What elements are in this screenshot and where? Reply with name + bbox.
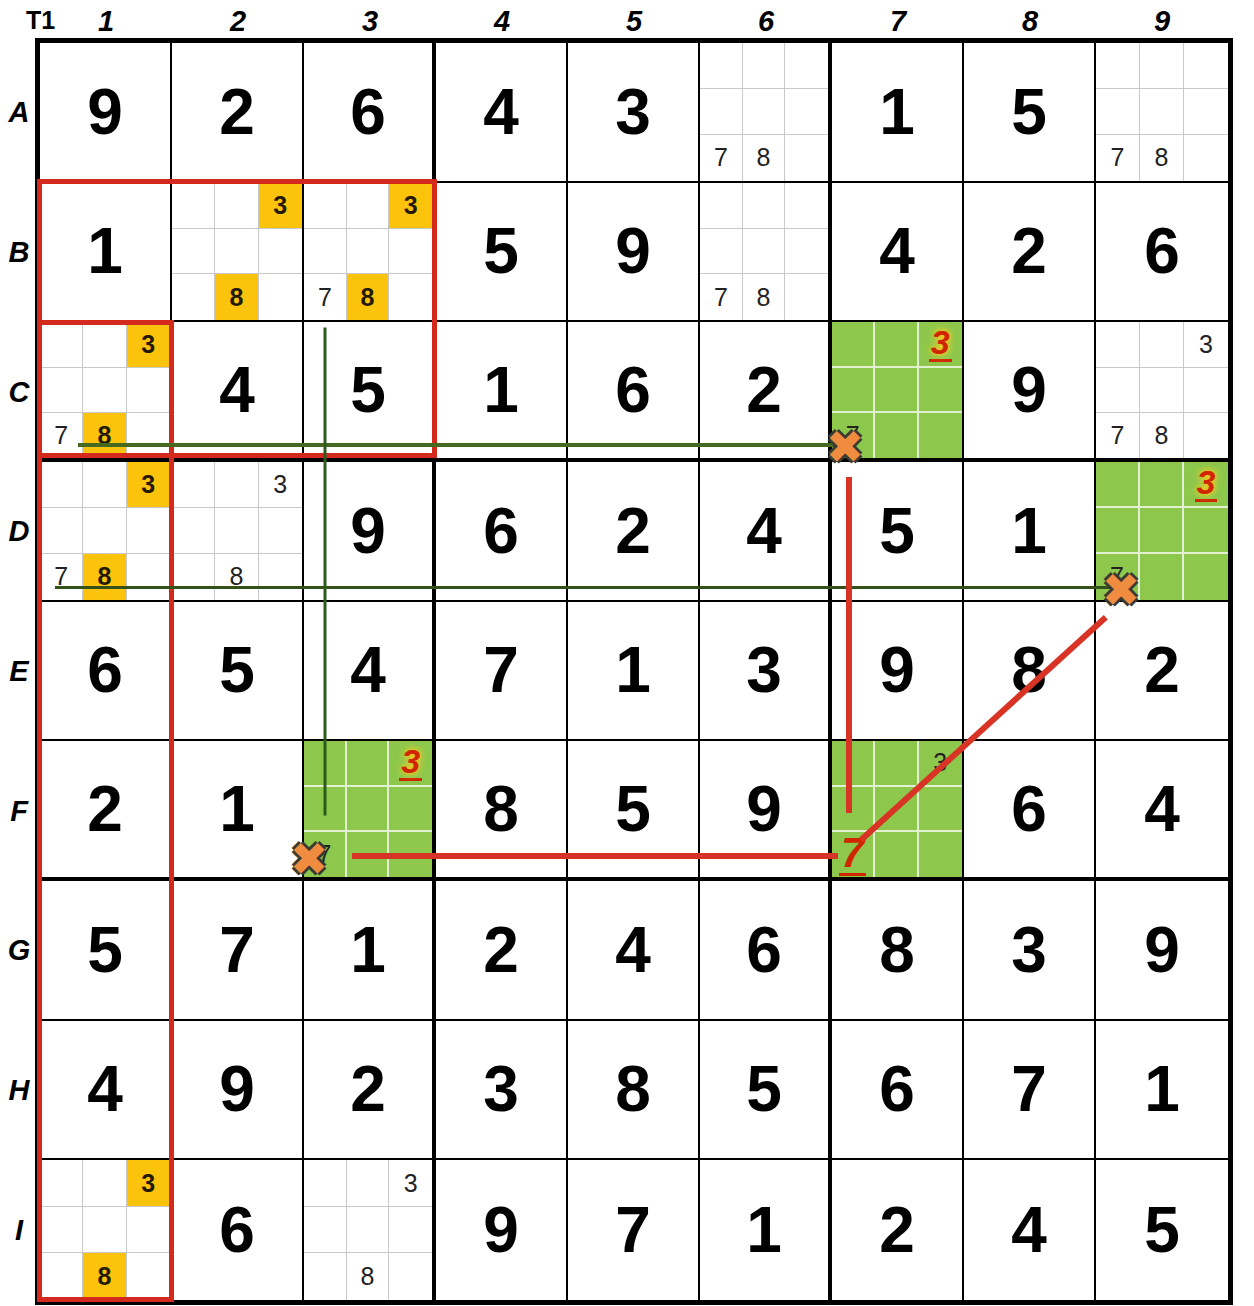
cell-value: 9 xyxy=(436,1160,566,1300)
cell-E5[interactable]: 1 xyxy=(568,602,700,742)
cell-value: 3 xyxy=(700,602,828,740)
candidate-7: 7 xyxy=(40,413,83,458)
empty-candidate-slot xyxy=(40,1253,83,1300)
candidate-3: 3 xyxy=(1184,462,1228,508)
cell-value: 1 xyxy=(1096,1021,1228,1159)
candidate-3: 3 xyxy=(127,462,170,508)
col-label-1: 1 xyxy=(40,4,172,38)
empty-candidate-slot xyxy=(832,741,875,786)
empty-candidate-slot xyxy=(259,554,302,600)
row-label-G: G xyxy=(4,881,34,1021)
empty-candidate-slot xyxy=(127,508,170,554)
cell-value: 8 xyxy=(964,602,1094,740)
empty-candidate-slot xyxy=(1184,89,1228,135)
cell-B1[interactable]: 1 xyxy=(40,183,172,323)
empty-candidate-slot xyxy=(40,1207,83,1254)
cell-D9[interactable]: 37 xyxy=(1096,462,1228,602)
empty-candidate-slot xyxy=(700,43,743,89)
empty-candidate-slot xyxy=(389,787,432,832)
empty-candidate-slot xyxy=(389,274,432,320)
cell-D4[interactable]: 6 xyxy=(436,462,568,602)
candidate-8: 8 xyxy=(83,1253,126,1300)
row-label-I: I xyxy=(4,1160,34,1300)
cell-value: 3 xyxy=(436,1021,566,1159)
cell-C4[interactable]: 1 xyxy=(436,322,568,462)
pencil-grid: 378 xyxy=(40,462,170,600)
candidate-3: 3 xyxy=(259,183,302,229)
empty-candidate-slot xyxy=(304,183,347,229)
cell-E9[interactable]: 2 xyxy=(1096,602,1228,742)
cell-A6[interactable]: 78 xyxy=(700,43,832,183)
candidate-7: 7 xyxy=(700,135,743,181)
col-label-2: 2 xyxy=(172,4,304,38)
cell-G9[interactable]: 9 xyxy=(1096,881,1228,1021)
empty-candidate-slot xyxy=(1184,43,1228,89)
cell-value: 1 xyxy=(436,322,566,458)
cell-H5[interactable]: 8 xyxy=(568,1021,700,1161)
cell-value: 9 xyxy=(832,602,962,740)
cell-value: 7 xyxy=(172,881,302,1019)
pencil-grid: 37 xyxy=(832,322,962,458)
cell-A1[interactable]: 9 xyxy=(40,43,172,183)
cell-F6[interactable]: 9 xyxy=(700,741,832,881)
empty-candidate-slot xyxy=(1096,89,1140,135)
candidate-7: 7 xyxy=(40,554,83,600)
candidate-7: 7 xyxy=(304,274,347,320)
cell-A9[interactable]: 78 xyxy=(1096,43,1228,183)
cell-value: 4 xyxy=(832,183,962,321)
candidate-8: 8 xyxy=(347,274,390,320)
candidate-8: 8 xyxy=(1140,135,1184,181)
cell-H9[interactable]: 1 xyxy=(1096,1021,1228,1161)
empty-candidate-slot xyxy=(127,368,170,413)
empty-candidate-slot xyxy=(1140,462,1184,508)
empty-candidate-slot xyxy=(83,322,126,367)
cell-value: 3 xyxy=(568,43,698,181)
cell-value: 7 xyxy=(568,1160,698,1300)
empty-candidate-slot xyxy=(259,274,302,320)
empty-candidate-slot xyxy=(1140,89,1184,135)
cell-F7[interactable]: 37 xyxy=(832,741,964,881)
empty-candidate-slot xyxy=(83,1160,126,1207)
empty-candidate-slot xyxy=(304,787,347,832)
cell-A5[interactable]: 3 xyxy=(568,43,700,183)
cell-value: 4 xyxy=(436,43,566,181)
cell-F5[interactable]: 5 xyxy=(568,741,700,881)
candidate-8: 8 xyxy=(347,1253,390,1300)
empty-candidate-slot xyxy=(1096,43,1140,89)
empty-candidate-slot xyxy=(875,741,918,786)
empty-candidate-slot xyxy=(172,183,215,229)
cell-value: 9 xyxy=(304,462,432,600)
cell-value: 4 xyxy=(700,462,828,600)
candidate-8: 8 xyxy=(743,274,786,320)
empty-candidate-slot xyxy=(172,274,215,320)
candidate-3: 3 xyxy=(389,183,432,229)
pencil-grid: 38 xyxy=(172,183,302,321)
candidate-3: 3 xyxy=(389,1160,432,1207)
candidate-3: 3 xyxy=(127,1160,170,1207)
cell-E6[interactable]: 3 xyxy=(700,602,832,742)
empty-candidate-slot xyxy=(875,322,918,367)
cell-value: 2 xyxy=(964,183,1094,321)
pencil-grid: 38 xyxy=(304,1160,432,1300)
row-label-F: F xyxy=(4,741,34,881)
empty-candidate-slot xyxy=(40,462,83,508)
cell-H1[interactable]: 4 xyxy=(40,1021,172,1161)
empty-candidate-slot xyxy=(785,274,828,320)
cell-A2[interactable]: 2 xyxy=(172,43,304,183)
cell-I3[interactable]: 38 xyxy=(304,1160,436,1300)
cell-value: 1 xyxy=(304,881,432,1019)
col-label-9: 9 xyxy=(1096,4,1228,38)
pencil-grid: 378 xyxy=(1096,322,1228,458)
cell-E7[interactable]: 9 xyxy=(832,602,964,742)
cell-value: 4 xyxy=(568,881,698,1019)
cell-C2[interactable]: 4 xyxy=(172,322,304,462)
cell-value: 5 xyxy=(964,43,1094,181)
empty-candidate-slot xyxy=(785,43,828,89)
empty-candidate-slot xyxy=(389,1207,432,1254)
cell-value: 6 xyxy=(40,602,170,740)
empty-candidate-slot xyxy=(1140,43,1184,89)
row-label-A: A xyxy=(4,43,34,183)
empty-candidate-slot xyxy=(785,89,828,135)
col-label-8: 8 xyxy=(964,4,1096,38)
empty-candidate-slot xyxy=(743,183,786,229)
row-label-C: C xyxy=(4,322,34,462)
empty-candidate-slot xyxy=(919,413,962,458)
cell-value: 4 xyxy=(40,1021,170,1159)
empty-candidate-slot xyxy=(347,183,390,229)
cell-G3[interactable]: 1 xyxy=(304,881,436,1021)
cell-G7[interactable]: 8 xyxy=(832,881,964,1021)
empty-candidate-slot xyxy=(1096,508,1140,554)
empty-candidate-slot xyxy=(304,1160,347,1207)
candidate-8: 8 xyxy=(83,554,126,600)
sudoku-board: 9264378157813837859784263784516237937837… xyxy=(35,38,1233,1305)
cell-value: 5 xyxy=(832,462,962,600)
cell-value: 6 xyxy=(832,1021,962,1159)
empty-candidate-slot xyxy=(875,368,918,413)
cell-B2[interactable]: 38 xyxy=(172,183,304,323)
cell-D5[interactable]: 2 xyxy=(568,462,700,602)
empty-candidate-slot xyxy=(127,1207,170,1254)
pencil-grid: 37 xyxy=(1096,462,1228,600)
empty-candidate-slot xyxy=(832,368,875,413)
cell-value: 2 xyxy=(832,1160,962,1300)
empty-candidate-slot xyxy=(875,832,918,877)
cell-D2[interactable]: 38 xyxy=(172,462,304,602)
empty-candidate-slot xyxy=(1140,322,1184,367)
cell-value: 7 xyxy=(436,602,566,740)
empty-candidate-slot xyxy=(1184,554,1228,600)
empty-candidate-slot xyxy=(304,1253,347,1300)
pencil-grid: 37 xyxy=(304,741,432,877)
cell-value: 6 xyxy=(304,43,432,181)
candidate-7: 7 xyxy=(1096,554,1140,600)
cell-value: 9 xyxy=(40,43,170,181)
empty-candidate-slot xyxy=(215,462,258,508)
cell-value: 2 xyxy=(40,741,170,877)
cell-I2[interactable]: 6 xyxy=(172,1160,304,1300)
cell-H7[interactable]: 6 xyxy=(832,1021,964,1161)
cell-value: 5 xyxy=(700,1021,828,1159)
cell-E4[interactable]: 7 xyxy=(436,602,568,742)
cell-H2[interactable]: 9 xyxy=(172,1021,304,1161)
cell-value: 9 xyxy=(1096,881,1228,1019)
empty-candidate-slot xyxy=(172,508,215,554)
empty-candidate-slot xyxy=(743,89,786,135)
cell-value: 1 xyxy=(964,462,1094,600)
empty-candidate-slot xyxy=(83,368,126,413)
cell-value: 5 xyxy=(1096,1160,1228,1300)
empty-candidate-slot xyxy=(919,832,962,877)
empty-candidate-slot xyxy=(127,554,170,600)
cell-F4[interactable]: 8 xyxy=(436,741,568,881)
cell-B7[interactable]: 4 xyxy=(832,183,964,323)
empty-candidate-slot xyxy=(215,508,258,554)
pencil-grid: 378 xyxy=(40,322,170,458)
cell-value: 5 xyxy=(568,741,698,877)
cell-F1[interactable]: 2 xyxy=(40,741,172,881)
cell-value: 6 xyxy=(1096,183,1228,321)
empty-candidate-slot xyxy=(1096,462,1140,508)
empty-candidate-slot xyxy=(1140,508,1184,554)
cell-I4[interactable]: 9 xyxy=(436,1160,568,1300)
candidate-7: 7 xyxy=(700,274,743,320)
empty-candidate-slot xyxy=(1184,368,1228,413)
cell-value: 6 xyxy=(964,741,1094,877)
empty-candidate-slot xyxy=(40,508,83,554)
cell-value: 1 xyxy=(568,602,698,740)
empty-candidate-slot xyxy=(919,787,962,832)
pencil-grid: 78 xyxy=(1096,43,1228,181)
empty-candidate-slot xyxy=(832,787,875,832)
empty-candidate-slot xyxy=(127,413,170,458)
candidate-3: 3 xyxy=(1184,322,1228,367)
cell-value: 2 xyxy=(700,322,828,458)
cell-I1[interactable]: 38 xyxy=(40,1160,172,1300)
cell-value: 8 xyxy=(568,1021,698,1159)
empty-candidate-slot xyxy=(127,1253,170,1300)
empty-candidate-slot xyxy=(83,1207,126,1254)
empty-candidate-slot xyxy=(215,183,258,229)
cell-value: 4 xyxy=(304,602,432,740)
empty-candidate-slot xyxy=(347,741,390,786)
cell-value: 5 xyxy=(436,183,566,321)
empty-candidate-slot xyxy=(700,183,743,229)
candidate-7: 7 xyxy=(832,832,875,877)
cell-F9[interactable]: 4 xyxy=(1096,741,1228,881)
cell-G4[interactable]: 2 xyxy=(436,881,568,1021)
empty-candidate-slot xyxy=(743,229,786,275)
empty-candidate-slot xyxy=(785,183,828,229)
empty-candidate-slot xyxy=(172,229,215,275)
empty-candidate-slot xyxy=(40,368,83,413)
cell-value: 9 xyxy=(172,1021,302,1159)
cell-I6[interactable]: 1 xyxy=(700,1160,832,1300)
candidate-8: 8 xyxy=(743,135,786,181)
empty-candidate-slot xyxy=(40,322,83,367)
cell-value: 2 xyxy=(436,881,566,1019)
col-label-7: 7 xyxy=(832,4,964,38)
empty-candidate-slot xyxy=(304,741,347,786)
cell-H6[interactable]: 5 xyxy=(700,1021,832,1161)
candidate-8: 8 xyxy=(215,274,258,320)
cell-F3[interactable]: 37 xyxy=(304,741,436,881)
cell-G2[interactable]: 7 xyxy=(172,881,304,1021)
cell-G5[interactable]: 4 xyxy=(568,881,700,1021)
cell-B5[interactable]: 9 xyxy=(568,183,700,323)
cell-D3[interactable]: 9 xyxy=(304,462,436,602)
empty-candidate-slot xyxy=(1184,135,1228,181)
cell-D6[interactable]: 4 xyxy=(700,462,832,602)
empty-candidate-slot xyxy=(875,787,918,832)
cell-value: 1 xyxy=(172,741,302,877)
cell-value: 9 xyxy=(568,183,698,321)
cell-B3[interactable]: 378 xyxy=(304,183,436,323)
empty-candidate-slot xyxy=(919,368,962,413)
cell-C7[interactable]: 37 xyxy=(832,322,964,462)
cell-C5[interactable]: 6 xyxy=(568,322,700,462)
cell-I8[interactable]: 4 xyxy=(964,1160,1096,1300)
pencil-grid: 38 xyxy=(40,1160,170,1300)
empty-candidate-slot xyxy=(1096,322,1140,367)
cell-I9[interactable]: 5 xyxy=(1096,1160,1228,1300)
cell-D8[interactable]: 1 xyxy=(964,462,1096,602)
empty-candidate-slot xyxy=(83,462,126,508)
empty-candidate-slot xyxy=(347,832,390,877)
cell-value: 9 xyxy=(700,741,828,877)
empty-candidate-slot xyxy=(389,1253,432,1300)
empty-candidate-slot xyxy=(700,229,743,275)
cell-F8[interactable]: 6 xyxy=(964,741,1096,881)
cell-E3[interactable]: 4 xyxy=(304,602,436,742)
cell-value: 4 xyxy=(964,1160,1094,1300)
cell-D1[interactable]: 378 xyxy=(40,462,172,602)
cell-C9[interactable]: 378 xyxy=(1096,322,1228,462)
cell-B8[interactable]: 2 xyxy=(964,183,1096,323)
cell-A4[interactable]: 4 xyxy=(436,43,568,183)
cell-value: 2 xyxy=(568,462,698,600)
row-label-E: E xyxy=(4,602,34,742)
cell-value: 3 xyxy=(964,881,1094,1019)
empty-candidate-slot xyxy=(743,43,786,89)
cell-G1[interactable]: 5 xyxy=(40,881,172,1021)
cell-H3[interactable]: 2 xyxy=(304,1021,436,1161)
cell-C3[interactable]: 5 xyxy=(304,322,436,462)
cell-C1[interactable]: 378 xyxy=(40,322,172,462)
cell-I7[interactable]: 2 xyxy=(832,1160,964,1300)
cell-B9[interactable]: 6 xyxy=(1096,183,1228,323)
empty-candidate-slot xyxy=(83,508,126,554)
cell-value: 8 xyxy=(436,741,566,877)
row-label-D: D xyxy=(4,462,34,602)
empty-candidate-slot xyxy=(347,1207,390,1254)
empty-candidate-slot xyxy=(215,229,258,275)
candidate-8: 8 xyxy=(215,554,258,600)
cell-value: 6 xyxy=(172,1160,302,1300)
cell-G8[interactable]: 3 xyxy=(964,881,1096,1021)
cell-value: 9 xyxy=(964,322,1094,458)
candidate-8: 8 xyxy=(83,413,126,458)
empty-candidate-slot xyxy=(40,1160,83,1207)
cell-H8[interactable]: 7 xyxy=(964,1021,1096,1161)
empty-candidate-slot xyxy=(785,229,828,275)
cell-value: 6 xyxy=(436,462,566,600)
cell-E2[interactable]: 5 xyxy=(172,602,304,742)
cell-value: 7 xyxy=(964,1021,1094,1159)
candidate-3: 3 xyxy=(127,322,170,367)
cell-I5[interactable]: 7 xyxy=(568,1160,700,1300)
pencil-grid: 37 xyxy=(832,741,962,877)
cell-value: 1 xyxy=(40,183,170,321)
cell-value: 6 xyxy=(700,881,828,1019)
candidate-3: 3 xyxy=(919,322,962,367)
empty-candidate-slot xyxy=(785,135,828,181)
empty-candidate-slot xyxy=(347,1160,390,1207)
candidate-7: 7 xyxy=(832,413,875,458)
col-label-6: 6 xyxy=(700,4,832,38)
cell-C6[interactable]: 2 xyxy=(700,322,832,462)
row-label-H: H xyxy=(4,1021,34,1161)
row-label-B: B xyxy=(4,183,34,323)
cell-A8[interactable]: 5 xyxy=(964,43,1096,183)
cell-D7[interactable]: 5 xyxy=(832,462,964,602)
cell-A7[interactable]: 1 xyxy=(832,43,964,183)
empty-candidate-slot xyxy=(172,462,215,508)
cell-F2[interactable]: 1 xyxy=(172,741,304,881)
empty-candidate-slot xyxy=(1140,554,1184,600)
cell-value: 4 xyxy=(172,322,302,458)
cell-B6[interactable]: 78 xyxy=(700,183,832,323)
cell-C8[interactable]: 9 xyxy=(964,322,1096,462)
col-label-3: 3 xyxy=(304,4,436,38)
cell-value: 2 xyxy=(304,1021,432,1159)
empty-candidate-slot xyxy=(304,1207,347,1254)
cell-value: 6 xyxy=(568,322,698,458)
cell-value: 1 xyxy=(700,1160,828,1300)
empty-candidate-slot xyxy=(700,89,743,135)
empty-candidate-slot xyxy=(172,554,215,600)
cell-E8[interactable]: 8 xyxy=(964,602,1096,742)
cell-value: 4 xyxy=(1096,741,1228,877)
empty-candidate-slot xyxy=(1184,508,1228,554)
empty-candidate-slot xyxy=(1184,413,1228,458)
empty-candidate-slot xyxy=(347,229,390,275)
candidate-3: 3 xyxy=(919,741,962,786)
candidate-3: 3 xyxy=(389,741,432,786)
candidate-7: 7 xyxy=(1096,413,1140,458)
cell-E1[interactable]: 6 xyxy=(40,602,172,742)
cell-B4[interactable]: 5 xyxy=(436,183,568,323)
cell-value: 5 xyxy=(40,881,170,1019)
pencil-grid: 78 xyxy=(700,183,828,321)
pencil-grid: 38 xyxy=(172,462,302,600)
pencil-grid: 78 xyxy=(700,43,828,181)
cell-H4[interactable]: 3 xyxy=(436,1021,568,1161)
cell-value: 8 xyxy=(832,881,962,1019)
empty-candidate-slot xyxy=(1140,368,1184,413)
cell-value: 2 xyxy=(1096,602,1228,740)
candidate-7: 7 xyxy=(1096,135,1140,181)
candidate-8: 8 xyxy=(1140,413,1184,458)
empty-candidate-slot xyxy=(304,229,347,275)
cell-value: 5 xyxy=(304,322,432,458)
cell-G6[interactable]: 6 xyxy=(700,881,832,1021)
cell-A3[interactable]: 6 xyxy=(304,43,436,183)
